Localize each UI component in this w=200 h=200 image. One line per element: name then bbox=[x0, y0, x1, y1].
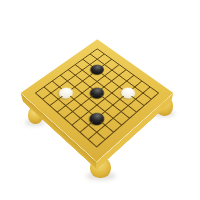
board-intersection bbox=[113, 105, 129, 118]
board-intersection bbox=[144, 93, 160, 105]
board-intersection bbox=[89, 99, 105, 112]
board-intersection bbox=[73, 99, 89, 112]
board-intersection bbox=[88, 140, 105, 155]
board-intersection bbox=[57, 99, 73, 112]
board-intersection bbox=[72, 125, 89, 139]
board-intersection bbox=[97, 119, 113, 133]
board-intersection bbox=[121, 112, 137, 125]
board-intersection bbox=[97, 93, 113, 105]
board-intersection bbox=[105, 112, 121, 125]
black-stone bbox=[86, 110, 107, 127]
board-intersection bbox=[120, 87, 135, 99]
board-intersection bbox=[50, 93, 66, 105]
board-intersection bbox=[65, 105, 81, 118]
scene bbox=[0, 0, 200, 200]
board-intersection bbox=[80, 132, 97, 147]
board-intersection bbox=[58, 87, 73, 99]
board-intersection bbox=[35, 93, 51, 105]
board-intersection bbox=[89, 112, 105, 125]
board-intersection bbox=[49, 105, 65, 118]
board-intersection bbox=[136, 99, 152, 112]
product-photo-go-board bbox=[0, 0, 200, 200]
board-intersection bbox=[80, 119, 96, 133]
board-intersection bbox=[73, 112, 89, 125]
board-intersection bbox=[113, 93, 129, 105]
board-intersection bbox=[105, 125, 122, 139]
board-intersection bbox=[42, 99, 58, 112]
board-intersection bbox=[113, 119, 129, 133]
board-intersection bbox=[88, 125, 105, 139]
board-intersection bbox=[105, 99, 121, 112]
go-board-grid bbox=[21, 39, 174, 161]
board-intersection bbox=[56, 112, 72, 125]
goban bbox=[21, 39, 174, 161]
board-intersection bbox=[64, 119, 80, 133]
board-intersection bbox=[97, 132, 114, 147]
board-intersection bbox=[81, 93, 97, 105]
board-intersection bbox=[121, 99, 137, 112]
board-intersection bbox=[129, 105, 145, 118]
board-intersection bbox=[81, 105, 97, 118]
board-intersection bbox=[66, 93, 82, 105]
board-intersection bbox=[128, 93, 144, 105]
board-intersection bbox=[97, 105, 113, 118]
board-intersection bbox=[89, 87, 104, 99]
